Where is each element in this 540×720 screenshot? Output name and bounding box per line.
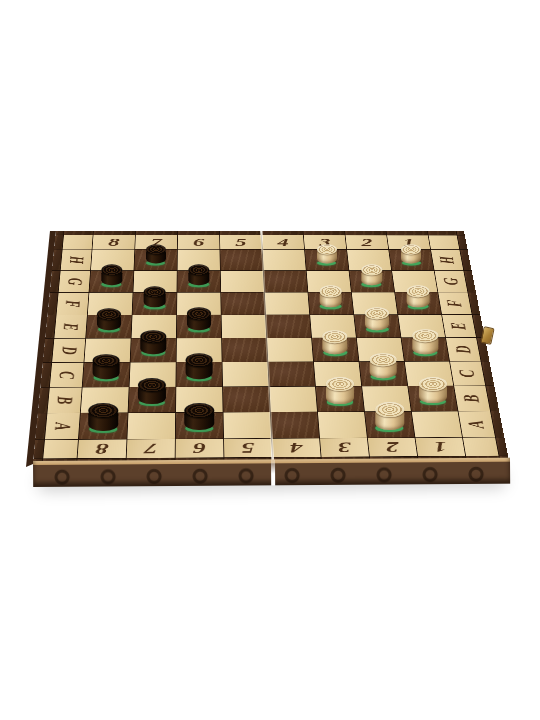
checker-light-d1[interactable] — [412, 330, 437, 354]
pieces-layer — [0, 0, 540, 720]
checker-dark-c8[interactable] — [93, 354, 120, 379]
piece-top — [143, 286, 166, 298]
piece-top — [101, 265, 122, 276]
checker-light-e2[interactable] — [365, 307, 389, 330]
checker-light-a2[interactable] — [375, 402, 404, 430]
checker-dark-g6[interactable] — [188, 265, 209, 285]
checker-light-h3[interactable] — [317, 244, 337, 263]
checker-light-b3[interactable] — [326, 377, 354, 404]
checker-light-c2[interactable] — [370, 353, 397, 378]
checker-light-f3[interactable] — [319, 286, 342, 308]
checker-light-g2[interactable] — [361, 265, 382, 285]
checker-dark-d7[interactable] — [141, 330, 166, 354]
piece-top — [188, 265, 209, 276]
piece-top — [361, 265, 382, 276]
checker-dark-a8[interactable] — [89, 403, 118, 431]
checker-light-b1[interactable] — [419, 377, 447, 404]
checker-dark-a6[interactable] — [185, 403, 214, 431]
board-photo: 87654321HHGGFFEEDDCCBBAA87654321 — [0, 0, 540, 720]
piece-top — [370, 353, 397, 367]
checker-light-h1[interactable] — [401, 244, 421, 263]
checker-dark-e6[interactable] — [187, 308, 211, 331]
checker-dark-e8[interactable] — [97, 308, 121, 331]
piece-top — [93, 354, 120, 368]
checker-dark-g8[interactable] — [101, 265, 122, 285]
piece-top — [407, 286, 430, 298]
checker-dark-c6[interactable] — [186, 354, 213, 379]
checker-light-f1[interactable] — [407, 286, 430, 308]
checker-dark-h7[interactable] — [146, 244, 166, 263]
checker-dark-b7[interactable] — [138, 378, 166, 405]
checker-light-d3[interactable] — [322, 330, 347, 354]
piece-top — [186, 354, 213, 368]
checker-dark-f7[interactable] — [143, 286, 166, 308]
piece-top — [319, 286, 342, 298]
